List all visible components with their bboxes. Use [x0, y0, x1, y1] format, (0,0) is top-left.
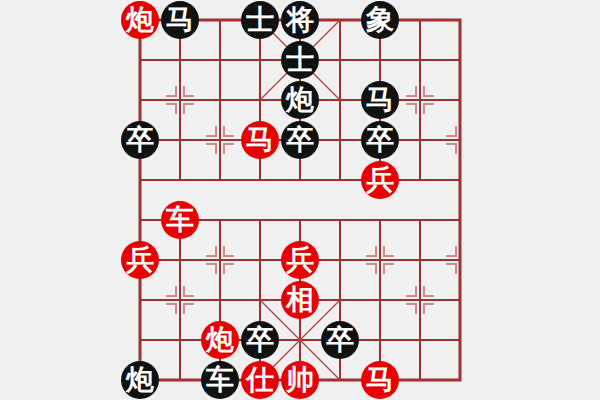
piece-black-advisor[interactable]: 士 [281, 41, 319, 79]
piece-black-cannon[interactable]: 炮 [281, 81, 319, 119]
piece-black-advisor[interactable]: 士 [241, 1, 279, 39]
piece-red-advisor[interactable]: 仕 [241, 361, 279, 399]
piece-black-soldier[interactable]: 卒 [241, 321, 279, 359]
board-grid[interactable]: 炮马士将象士炮马卒马卒卒兵车兵兵相炮卒卒炮车仕帅马 [120, 0, 480, 400]
piece-red-general[interactable]: 帅 [281, 361, 319, 399]
piece-black-soldier[interactable]: 卒 [281, 121, 319, 159]
piece-red-soldier[interactable]: 兵 [121, 241, 159, 279]
piece-red-cannon[interactable]: 炮 [201, 321, 239, 359]
piece-black-elephant[interactable]: 象 [361, 1, 399, 39]
piece-black-cannon[interactable]: 炮 [121, 361, 159, 399]
piece-red-chariot[interactable]: 车 [161, 201, 199, 239]
piece-red-horse[interactable]: 马 [241, 121, 279, 159]
piece-black-soldier[interactable]: 卒 [121, 121, 159, 159]
piece-red-elephant[interactable]: 相 [281, 281, 319, 319]
piece-black-soldier[interactable]: 卒 [321, 321, 359, 359]
piece-red-soldier[interactable]: 兵 [361, 161, 399, 199]
xiangqi-board: 炮马士将象士炮马卒马卒卒兵车兵兵相炮卒卒炮车仕帅马 [0, 0, 600, 400]
piece-black-soldier[interactable]: 卒 [361, 121, 399, 159]
piece-black-chariot[interactable]: 车 [201, 361, 239, 399]
piece-black-horse[interactable]: 马 [161, 1, 199, 39]
piece-red-horse[interactable]: 马 [361, 361, 399, 399]
piece-red-cannon[interactable]: 炮 [121, 1, 159, 39]
piece-red-soldier[interactable]: 兵 [281, 241, 319, 279]
piece-black-horse[interactable]: 马 [361, 81, 399, 119]
piece-black-general[interactable]: 将 [281, 1, 319, 39]
